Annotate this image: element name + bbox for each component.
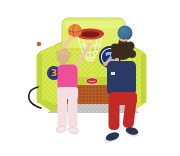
badge-3-digit: 3 xyxy=(51,68,57,78)
scene-illustration: 2 3 xyxy=(0,0,180,156)
orange-basketball xyxy=(68,24,82,38)
right-edge-ridge xyxy=(141,54,146,103)
boy-hand-on-ball xyxy=(121,40,127,41)
side-knob xyxy=(37,42,41,46)
brand-logo xyxy=(86,78,98,84)
boy-shoes xyxy=(104,126,140,144)
product-photo-scene: 2 3 xyxy=(0,0,180,156)
girl-top xyxy=(58,65,78,91)
left-edge-ridge xyxy=(37,54,42,103)
boy-shirt xyxy=(107,61,136,95)
boy-shirt-logo xyxy=(111,72,115,75)
